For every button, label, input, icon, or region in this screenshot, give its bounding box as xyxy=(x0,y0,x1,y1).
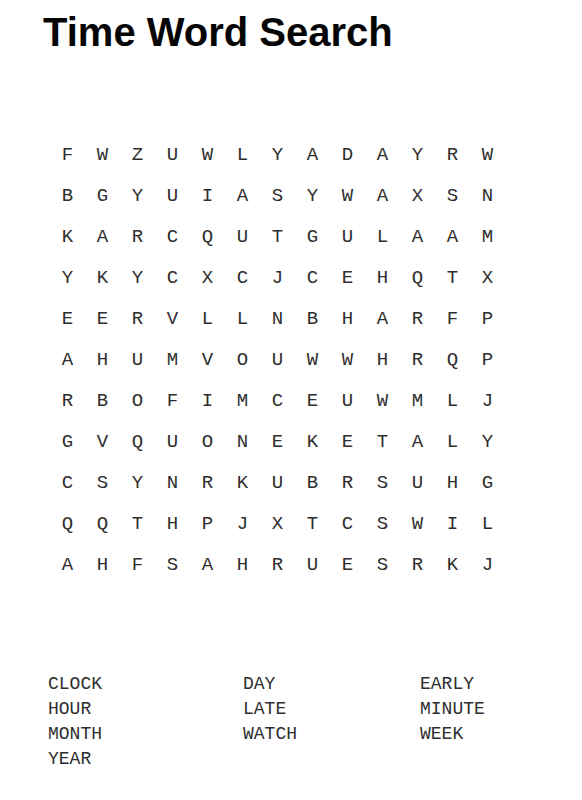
grid-cell-r8c10[interactable]: T xyxy=(365,421,400,462)
grid-cell-r7c3[interactable]: O xyxy=(120,380,155,421)
grid-cell-r6c9[interactable]: W xyxy=(330,339,365,380)
grid-cell-r8c3[interactable]: Q xyxy=(120,421,155,462)
grid-cell-r6c3[interactable]: U xyxy=(120,339,155,380)
grid-cell-r1c9[interactable]: D xyxy=(330,134,365,175)
word-item-hour: HOUR xyxy=(48,697,102,722)
grid-cell-r2c2[interactable]: G xyxy=(85,175,120,216)
grid-cell-r10c11[interactable]: W xyxy=(400,503,435,544)
grid-cell-r1c4[interactable]: U xyxy=(155,134,190,175)
grid-cell-r11c7[interactable]: R xyxy=(260,544,295,585)
grid-cell-r11c6[interactable]: H xyxy=(225,544,260,585)
grid-cell-r8c1[interactable]: G xyxy=(50,421,85,462)
grid-cell-r11c10[interactable]: S xyxy=(365,544,400,585)
grid-cell-r6c6[interactable]: O xyxy=(225,339,260,380)
grid-cell-r6c13[interactable]: P xyxy=(470,339,505,380)
grid-cell-r8c7[interactable]: E xyxy=(260,421,295,462)
grid-cell-r9c13[interactable]: G xyxy=(470,462,505,503)
puzzle-title: Time Word Search xyxy=(43,10,393,55)
grid-cell-r9c2[interactable]: S xyxy=(85,462,120,503)
grid-cell-r3c7[interactable]: T xyxy=(260,216,295,257)
grid-cell-r9c7[interactable]: U xyxy=(260,462,295,503)
grid-cell-r5c3[interactable]: R xyxy=(120,298,155,339)
grid-cell-r11c3[interactable]: F xyxy=(120,544,155,585)
grid-cell-r8c2[interactable]: V xyxy=(85,421,120,462)
grid-cell-r9c5[interactable]: R xyxy=(190,462,225,503)
grid-cell-r7c9[interactable]: U xyxy=(330,380,365,421)
word-item-day: DAY xyxy=(243,672,297,697)
grid-cell-r3c13[interactable]: M xyxy=(470,216,505,257)
grid-cell-r6c7[interactable]: U xyxy=(260,339,295,380)
grid-cell-r1c10[interactable]: A xyxy=(365,134,400,175)
grid-cell-r1c1[interactable]: F xyxy=(50,134,85,175)
grid-cell-r8c6[interactable]: N xyxy=(225,421,260,462)
word-item-week: WEEK xyxy=(420,722,485,747)
grid-cell-r1c12[interactable]: R xyxy=(435,134,470,175)
grid-cell-r3c1[interactable]: K xyxy=(50,216,85,257)
grid-cell-r11c11[interactable]: R xyxy=(400,544,435,585)
grid-cell-r1c11[interactable]: Y xyxy=(400,134,435,175)
grid-cell-r11c8[interactable]: U xyxy=(295,544,330,585)
grid-cell-r10c7[interactable]: X xyxy=(260,503,295,544)
grid-cell-r6c12[interactable]: Q xyxy=(435,339,470,380)
grid-cell-r11c9[interactable]: E xyxy=(330,544,365,585)
grid-cell-r4c6[interactable]: C xyxy=(225,257,260,298)
grid-cell-r5c10[interactable]: A xyxy=(365,298,400,339)
worksheet-page: Time Word Search FWZUWLYADAYRWBGYUIASYWA… xyxy=(0,0,582,800)
grid-cell-r7c12[interactable]: L xyxy=(435,380,470,421)
grid-cell-r11c13[interactable]: J xyxy=(470,544,505,585)
grid-cell-r4c4[interactable]: C xyxy=(155,257,190,298)
grid-cell-r3c12[interactable]: A xyxy=(435,216,470,257)
grid-cell-r1c2[interactable]: W xyxy=(85,134,120,175)
grid-cell-r7c2[interactable]: B xyxy=(85,380,120,421)
grid-cell-r3c2[interactable]: A xyxy=(85,216,120,257)
grid-cell-r6c2[interactable]: H xyxy=(85,339,120,380)
grid-cell-r4c7[interactable]: J xyxy=(260,257,295,298)
grid-cell-r2c3[interactable]: Y xyxy=(120,175,155,216)
word-item-month: MONTH xyxy=(48,722,102,747)
word-item-early: EARLY xyxy=(420,672,485,697)
grid-cell-r11c4[interactable]: S xyxy=(155,544,190,585)
grid-cell-r5c13[interactable]: P xyxy=(470,298,505,339)
grid-cell-r5c6[interactable]: L xyxy=(225,298,260,339)
grid-cell-r10c4[interactable]: H xyxy=(155,503,190,544)
grid-cell-r9c10[interactable]: S xyxy=(365,462,400,503)
grid-cell-r4c3[interactable]: Y xyxy=(120,257,155,298)
grid-cell-r7c8[interactable]: E xyxy=(295,380,330,421)
grid-cell-r10c1[interactable]: Q xyxy=(50,503,85,544)
grid-cell-r2c8[interactable]: Y xyxy=(295,175,330,216)
grid-cell-r7c13[interactable]: J xyxy=(470,380,505,421)
grid-cell-r3c8[interactable]: G xyxy=(295,216,330,257)
grid-cell-r5c7[interactable]: N xyxy=(260,298,295,339)
word-item-minute: MINUTE xyxy=(420,697,485,722)
grid-cell-r8c5[interactable]: O xyxy=(190,421,225,462)
grid-cell-r10c2[interactable]: Q xyxy=(85,503,120,544)
word-column-1: CLOCKHOURMONTHYEAR xyxy=(48,672,102,772)
grid-cell-r11c5[interactable]: A xyxy=(190,544,225,585)
word-item-clock: CLOCK xyxy=(48,672,102,697)
grid-cell-r11c12[interactable]: K xyxy=(435,544,470,585)
grid-cell-r8c12[interactable]: L xyxy=(435,421,470,462)
grid-cell-r7c5[interactable]: I xyxy=(190,380,225,421)
grid-cell-r2c5[interactable]: I xyxy=(190,175,225,216)
grid-cell-r1c5[interactable]: W xyxy=(190,134,225,175)
grid-cell-r5c5[interactable]: L xyxy=(190,298,225,339)
grid-cell-r11c1[interactable]: A xyxy=(50,544,85,585)
letter-grid: FWZUWLYADAYRWBGYUIASYWAXSNKARCQUTGULAAMY… xyxy=(50,134,505,585)
grid-cell-r5c11[interactable]: R xyxy=(400,298,435,339)
grid-cell-r2c4[interactable]: U xyxy=(155,175,190,216)
grid-cell-r1c6[interactable]: L xyxy=(225,134,260,175)
grid-cell-r2c9[interactable]: W xyxy=(330,175,365,216)
grid-cell-r10c3[interactable]: T xyxy=(120,503,155,544)
grid-cell-r9c9[interactable]: R xyxy=(330,462,365,503)
word-list: CLOCKHOURMONTHYEAR DAYLATEWATCH EARLYMIN… xyxy=(0,672,582,782)
grid-cell-r9c1[interactable]: C xyxy=(50,462,85,503)
grid-cell-r4c13[interactable]: X xyxy=(470,257,505,298)
grid-cell-r6c10[interactable]: H xyxy=(365,339,400,380)
grid-cell-r2c1[interactable]: B xyxy=(50,175,85,216)
grid-cell-r6c1[interactable]: A xyxy=(50,339,85,380)
grid-cell-r5c2[interactable]: E xyxy=(85,298,120,339)
grid-cell-r2c13[interactable]: N xyxy=(470,175,505,216)
grid-cell-r1c7[interactable]: Y xyxy=(260,134,295,175)
grid-cell-r5c8[interactable]: B xyxy=(295,298,330,339)
grid-cell-r10c10[interactable]: S xyxy=(365,503,400,544)
grid-cell-r8c13[interactable]: Y xyxy=(470,421,505,462)
grid-cell-r3c6[interactable]: U xyxy=(225,216,260,257)
grid-cell-r10c8[interactable]: T xyxy=(295,503,330,544)
grid-cell-r7c6[interactable]: M xyxy=(225,380,260,421)
grid-cell-r4c10[interactable]: H xyxy=(365,257,400,298)
grid-cell-r4c2[interactable]: K xyxy=(85,257,120,298)
grid-cell-r3c9[interactable]: U xyxy=(330,216,365,257)
grid-cell-r5c9[interactable]: H xyxy=(330,298,365,339)
grid-cell-r2c6[interactable]: A xyxy=(225,175,260,216)
grid-cell-r10c9[interactable]: C xyxy=(330,503,365,544)
grid-cell-r10c13[interactable]: L xyxy=(470,503,505,544)
grid-cell-r3c4[interactable]: C xyxy=(155,216,190,257)
grid-cell-r7c10[interactable]: W xyxy=(365,380,400,421)
grid-cell-r2c7[interactable]: S xyxy=(260,175,295,216)
grid-cell-r3c10[interactable]: L xyxy=(365,216,400,257)
grid-cell-r9c12[interactable]: H xyxy=(435,462,470,503)
grid-cell-r9c3[interactable]: Y xyxy=(120,462,155,503)
grid-cell-r2c12[interactable]: S xyxy=(435,175,470,216)
grid-cell-r7c11[interactable]: M xyxy=(400,380,435,421)
grid-cell-r9c8[interactable]: B xyxy=(295,462,330,503)
grid-cell-r9c6[interactable]: K xyxy=(225,462,260,503)
grid-cell-r1c8[interactable]: A xyxy=(295,134,330,175)
word-item-watch: WATCH xyxy=(243,722,297,747)
grid-cell-r4c8[interactable]: C xyxy=(295,257,330,298)
grid-cell-r4c12[interactable]: T xyxy=(435,257,470,298)
grid-cell-r10c12[interactable]: I xyxy=(435,503,470,544)
grid-cell-r10c6[interactable]: J xyxy=(225,503,260,544)
grid-cell-r6c5[interactable]: V xyxy=(190,339,225,380)
grid-cell-r7c1[interactable]: R xyxy=(50,380,85,421)
grid-cell-r8c11[interactable]: A xyxy=(400,421,435,462)
grid-cell-r4c9[interactable]: E xyxy=(330,257,365,298)
grid-cell-r5c4[interactable]: V xyxy=(155,298,190,339)
grid-cell-r7c7[interactable]: C xyxy=(260,380,295,421)
word-column-2: DAYLATEWATCH xyxy=(243,672,297,747)
word-item-year: YEAR xyxy=(48,747,102,772)
grid-cell-r7c4[interactable]: F xyxy=(155,380,190,421)
grid-cell-r4c11[interactable]: Q xyxy=(400,257,435,298)
grid-cell-r6c8[interactable]: W xyxy=(295,339,330,380)
grid-cell-r4c5[interactable]: X xyxy=(190,257,225,298)
grid-cell-r9c4[interactable]: N xyxy=(155,462,190,503)
grid-cell-r5c12[interactable]: F xyxy=(435,298,470,339)
grid-cell-r8c4[interactable]: U xyxy=(155,421,190,462)
grid-cell-r2c10[interactable]: A xyxy=(365,175,400,216)
grid-cell-r3c11[interactable]: A xyxy=(400,216,435,257)
grid-cell-r3c5[interactable]: Q xyxy=(190,216,225,257)
grid-cell-r11c2[interactable]: H xyxy=(85,544,120,585)
grid-cell-r6c11[interactable]: R xyxy=(400,339,435,380)
grid-cell-r3c3[interactable]: R xyxy=(120,216,155,257)
grid-cell-r1c13[interactable]: W xyxy=(470,134,505,175)
grid-cell-r6c4[interactable]: M xyxy=(155,339,190,380)
grid-cell-r2c11[interactable]: X xyxy=(400,175,435,216)
word-item-late: LATE xyxy=(243,697,297,722)
grid-cell-r5c1[interactable]: E xyxy=(50,298,85,339)
word-column-3: EARLYMINUTEWEEK xyxy=(420,672,485,747)
grid-cell-r8c8[interactable]: K xyxy=(295,421,330,462)
grid-cell-r8c9[interactable]: E xyxy=(330,421,365,462)
grid-cell-r9c11[interactable]: U xyxy=(400,462,435,503)
grid-cell-r10c5[interactable]: P xyxy=(190,503,225,544)
grid-cell-r4c1[interactable]: Y xyxy=(50,257,85,298)
grid-cell-r1c3[interactable]: Z xyxy=(120,134,155,175)
